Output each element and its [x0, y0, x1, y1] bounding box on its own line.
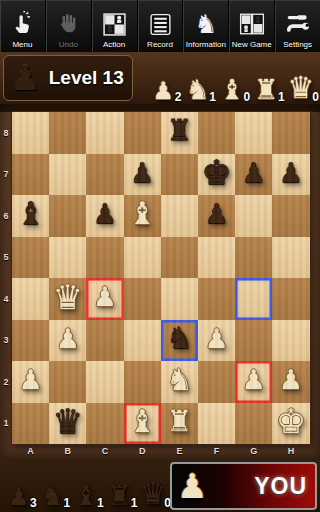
square-a4[interactable] [12, 278, 49, 320]
square-b1[interactable]: ♛ [49, 403, 86, 445]
file-label-e: E [161, 445, 198, 458]
square-f1[interactable] [198, 403, 235, 445]
square-d4[interactable] [124, 278, 161, 320]
record-button[interactable]: Record [138, 0, 184, 52]
square-e7[interactable] [161, 154, 198, 196]
square-h5[interactable] [272, 237, 309, 279]
square-f7[interactable]: ♚ [198, 154, 235, 196]
action-board-icon [102, 8, 127, 40]
captured-count: 0 [312, 90, 319, 104]
captured-black-queen: ♛0 [136, 461, 170, 509]
square-f3[interactable]: ♟ [198, 320, 235, 362]
square-h8[interactable] [272, 112, 309, 154]
rank-label-6: 6 [0, 195, 12, 237]
file-label-a: A [12, 445, 49, 458]
square-f8[interactable] [198, 112, 235, 154]
square-b2[interactable] [49, 361, 86, 403]
white-pawn[interactable]: ♟ [93, 283, 117, 310]
information-knight-icon: ♞ [194, 8, 217, 40]
record-label: Record [147, 40, 173, 49]
captured-black-rook: ♜1 [103, 461, 137, 509]
opponent-name: Level 13 [40, 67, 132, 89]
captured-white-rook: ♜1 [249, 57, 283, 103]
square-c4[interactable]: ♟ [86, 278, 123, 320]
menu-hand-icon [9, 8, 35, 40]
file-label-d: D [124, 445, 161, 458]
square-h1[interactable]: ♚ [272, 403, 309, 445]
black-pawn[interactable]: ♟ [279, 159, 303, 186]
settings-label: Settings [283, 40, 312, 49]
square-a3[interactable] [12, 320, 49, 362]
square-a5[interactable] [12, 237, 49, 279]
square-h6[interactable] [272, 195, 309, 237]
new-game-button[interactable]: New Game [229, 0, 275, 52]
new-game-label: New Game [232, 40, 272, 49]
player-name: YOU [207, 473, 315, 500]
information-button[interactable]: ♞ Information [183, 0, 229, 52]
chess-app: Menu Undo Action [0, 0, 320, 512]
black-pawn[interactable]: ♟ [242, 159, 266, 186]
white-bishop[interactable]: ♝ [128, 406, 156, 437]
black-knight[interactable]: ♞ [166, 323, 193, 353]
square-c3[interactable] [86, 320, 123, 362]
rank-labels: 87654321 [0, 112, 12, 444]
black-king[interactable]: ♚ [201, 155, 231, 189]
square-f6[interactable]: ♟ [198, 195, 235, 237]
square-g7[interactable]: ♟ [235, 154, 272, 196]
toolbar: Menu Undo Action [0, 0, 320, 53]
new-game-boards-icon [239, 8, 265, 40]
white-knight[interactable]: ♞ [166, 365, 193, 395]
board-squares: ♜♟♚♟♟♝♟♝♟♛♟♟♞♟♟♞♟♟♛♝♜♚ [12, 112, 310, 444]
square-b4[interactable]: ♛ [49, 278, 86, 320]
square-c8[interactable] [86, 112, 123, 154]
white-pawn[interactable]: ♟ [18, 366, 42, 393]
black-knight-icon: ♞ [40, 482, 64, 509]
black-bishop[interactable]: ♝ [17, 198, 45, 229]
file-labels: ABCDEFGH [12, 445, 310, 458]
square-h3[interactable] [272, 320, 309, 362]
rank-label-5: 5 [0, 237, 12, 279]
rank-label-7: 7 [0, 154, 12, 196]
square-d7[interactable]: ♟ [124, 154, 161, 196]
square-b8[interactable] [49, 112, 86, 154]
square-d2[interactable] [124, 361, 161, 403]
square-a8[interactable] [12, 112, 49, 154]
square-d5[interactable] [124, 237, 161, 279]
square-c7[interactable] [86, 154, 123, 196]
file-label-c: C [86, 445, 123, 458]
square-c1[interactable] [86, 403, 123, 445]
rank-label-2: 2 [0, 361, 12, 403]
square-a7[interactable] [12, 154, 49, 196]
square-c5[interactable] [86, 237, 123, 279]
square-g4[interactable] [235, 278, 272, 320]
opponent-bar: ♟ Level 13 ♟2♞1♝0♜1♛0 [0, 52, 320, 106]
undo-label: Undo [59, 40, 78, 49]
square-d1[interactable]: ♝ [124, 403, 161, 445]
black-queen-icon: ♛ [140, 479, 167, 509]
square-e5[interactable] [161, 237, 198, 279]
white-bishop-icon: ♝ [220, 76, 244, 103]
black-pawn-icon: ♟ [8, 485, 30, 509]
black-rook[interactable]: ♜ [166, 116, 192, 145]
black-queen[interactable]: ♛ [53, 404, 83, 438]
square-g8[interactable] [235, 112, 272, 154]
captured-black-pawn: ♟3 [2, 461, 36, 509]
undo-hand-icon [55, 8, 81, 40]
white-bishop[interactable]: ♝ [128, 198, 156, 229]
action-button[interactable]: Action [92, 0, 138, 52]
player-turn-panel: ♟ YOU [170, 462, 317, 510]
settings-button[interactable]: Settings [275, 0, 320, 52]
black-rook-icon: ♜ [107, 482, 131, 509]
rank-label-8: 8 [0, 112, 12, 154]
square-e4[interactable] [161, 278, 198, 320]
white-pawn[interactable]: ♟ [204, 325, 228, 352]
square-e2[interactable]: ♞ [161, 361, 198, 403]
opponent-side-icon: ♟ [10, 61, 40, 95]
black-pawn[interactable]: ♟ [130, 159, 154, 186]
square-f5[interactable] [198, 237, 235, 279]
white-queen-icon: ♛ [287, 73, 314, 103]
square-g5[interactable] [235, 237, 272, 279]
square-e8[interactable]: ♜ [161, 112, 198, 154]
black-pawn[interactable]: ♟ [93, 200, 117, 227]
square-h7[interactable]: ♟ [272, 154, 309, 196]
captured-white-bishop: ♝0 [215, 57, 249, 103]
square-b3[interactable]: ♟ [49, 320, 86, 362]
square-h2[interactable]: ♟ [272, 361, 309, 403]
white-queen[interactable]: ♛ [53, 280, 83, 314]
settings-tools-icon [285, 8, 311, 40]
menu-label: Menu [12, 40, 32, 49]
square-c2[interactable] [86, 361, 123, 403]
white-pawn[interactable]: ♟ [56, 325, 80, 352]
action-label: Action [103, 40, 125, 49]
captured-black-tray: ♟3♞1♝1♜1♛0 [2, 461, 170, 509]
captured-white-queen: ♛0 [284, 57, 318, 103]
square-g2[interactable]: ♟ [235, 361, 272, 403]
captured-white-pawn: ♟2 [146, 57, 180, 103]
file-label-g: G [235, 445, 272, 458]
square-e6[interactable] [161, 195, 198, 237]
white-pawn[interactable]: ♟ [242, 366, 266, 393]
menu-button[interactable]: Menu [0, 0, 46, 52]
square-d8[interactable] [124, 112, 161, 154]
square-e3[interactable]: ♞ [161, 320, 198, 362]
square-f2[interactable] [198, 361, 235, 403]
white-knight-icon: ♞ [186, 76, 210, 103]
record-list-icon [148, 8, 173, 40]
square-b7[interactable] [49, 154, 86, 196]
square-b6[interactable] [49, 195, 86, 237]
undo-button[interactable]: Undo [46, 0, 92, 52]
square-d3[interactable] [124, 320, 161, 362]
square-a1[interactable] [12, 403, 49, 445]
square-d6[interactable]: ♝ [124, 195, 161, 237]
information-label: Information [186, 40, 226, 49]
square-b5[interactable] [49, 237, 86, 279]
captured-white-tray: ♟2♞1♝0♜1♛0 [146, 57, 318, 103]
captured-white-knight: ♞1 [180, 57, 214, 103]
captured-black-bishop: ♝1 [69, 461, 103, 509]
board-frame: 87654321 ♜♟♚♟♟♝♟♝♟♛♟♟♞♟♟♞♟♟♛♝♜♚ ABCDEFGH [0, 104, 320, 458]
rank-label-3: 3 [0, 320, 12, 362]
white-pawn[interactable]: ♟ [279, 366, 303, 393]
square-a2[interactable]: ♟ [12, 361, 49, 403]
file-label-f: F [198, 445, 235, 458]
rank-label-4: 4 [0, 278, 12, 320]
white-rook-icon: ♜ [254, 76, 278, 103]
square-h4[interactable] [272, 278, 309, 320]
file-label-b: B [49, 445, 86, 458]
player-side-icon: ♟ [177, 469, 207, 503]
captured-black-knight: ♞1 [36, 461, 70, 509]
square-c6[interactable]: ♟ [86, 195, 123, 237]
black-pawn[interactable]: ♟ [204, 200, 228, 227]
white-pawn-icon: ♟ [152, 79, 174, 103]
white-king[interactable]: ♚ [276, 404, 306, 438]
square-a6[interactable]: ♝ [12, 195, 49, 237]
square-e1[interactable]: ♜ [161, 403, 198, 445]
square-g3[interactable] [235, 320, 272, 362]
square-g1[interactable] [235, 403, 272, 445]
black-bishop-icon: ♝ [74, 482, 98, 509]
white-rook[interactable]: ♜ [166, 407, 192, 436]
file-label-h: H [272, 445, 309, 458]
square-f4[interactable] [198, 278, 235, 320]
opponent-box: ♟ Level 13 [3, 55, 133, 101]
rank-label-1: 1 [0, 403, 12, 445]
square-g6[interactable] [235, 195, 272, 237]
player-bar: ♟3♞1♝1♜1♛0 ♟ YOU [0, 458, 320, 512]
